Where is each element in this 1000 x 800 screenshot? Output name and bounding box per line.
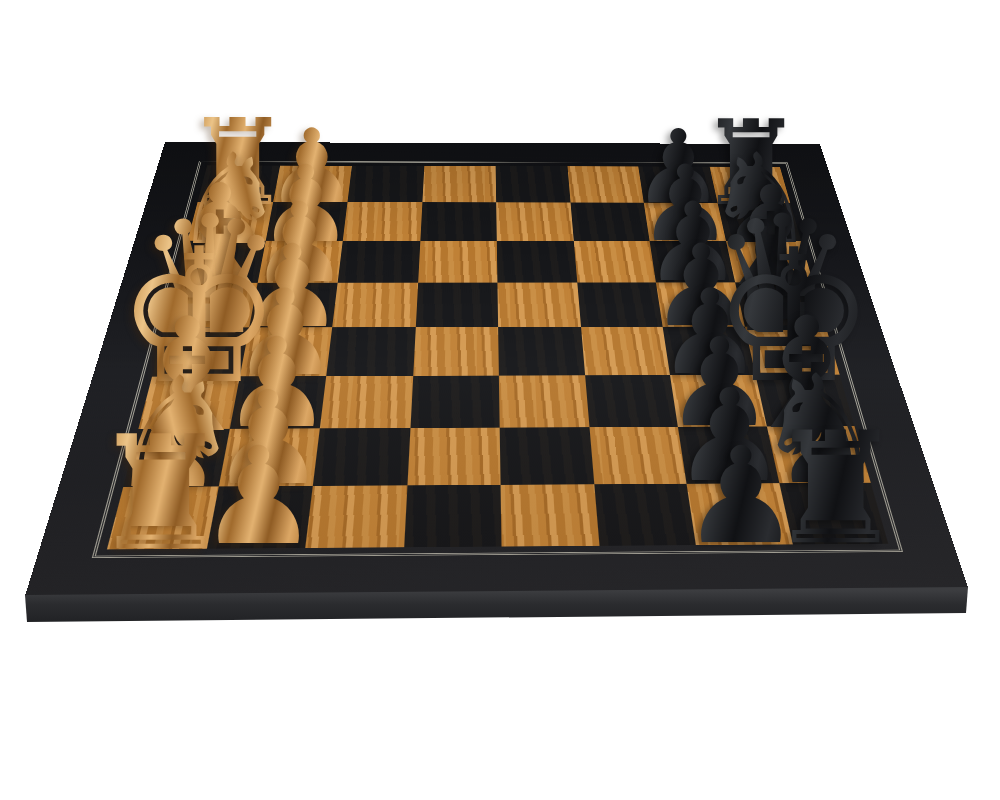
square-e8 (744, 326, 839, 374)
square-h2 (206, 486, 313, 549)
square-e4 (413, 327, 499, 376)
square-f5 (499, 375, 589, 428)
square-g2 (218, 428, 320, 486)
square-g7 (678, 426, 779, 483)
photo-canvas: ♜♞♝♛♚♝♞♜♟♟♟♟♟♟♟♟♟♟♟♟♟♟♟♟♜♞♝♛♚♝♞♜ (0, 0, 1000, 800)
square-h7 (686, 483, 792, 545)
square-h1 (107, 486, 218, 549)
square-g4 (407, 428, 501, 485)
square-d6 (577, 282, 663, 327)
square-h5 (501, 484, 599, 547)
square-e2 (239, 327, 332, 376)
square-a5 (496, 166, 570, 202)
square-g3 (313, 428, 410, 486)
square-g8 (766, 426, 870, 483)
square-b6 (570, 202, 649, 241)
square-d4 (415, 282, 498, 327)
square-h4 (404, 484, 502, 547)
square-b8 (717, 203, 801, 241)
square-b2 (265, 202, 347, 241)
square-e3 (326, 327, 415, 376)
square-d8 (735, 282, 826, 326)
square-b7 (644, 202, 726, 241)
square-b4 (420, 202, 497, 241)
square-f3 (320, 376, 413, 429)
square-f1 (138, 376, 239, 429)
square-h8 (779, 482, 889, 544)
square-b3 (343, 202, 422, 241)
square-g5 (500, 427, 594, 484)
square-g1 (123, 429, 229, 487)
square-d2 (249, 282, 338, 327)
chess-board (25, 142, 968, 596)
square-a2 (273, 166, 352, 202)
square-d7 (656, 282, 745, 327)
square-f7 (670, 375, 766, 427)
square-e6 (581, 327, 670, 375)
square-a8 (709, 167, 790, 203)
square-g6 (589, 427, 686, 484)
square-a1 (198, 165, 280, 201)
square-c5 (497, 241, 577, 283)
square-c1 (177, 241, 266, 283)
square-c2 (257, 241, 342, 283)
square-b1 (188, 202, 273, 241)
square-a6 (567, 166, 644, 202)
square-f8 (755, 374, 855, 426)
square-c3 (338, 241, 420, 283)
square-a4 (422, 166, 496, 202)
square-h3 (305, 485, 407, 548)
square-d5 (497, 282, 580, 327)
board-grid (107, 165, 888, 549)
square-f6 (585, 375, 678, 427)
square-f2 (229, 376, 326, 429)
square-h6 (594, 483, 696, 545)
square-e5 (498, 327, 584, 375)
square-c8 (726, 241, 813, 282)
square-a3 (347, 166, 423, 202)
square-c6 (573, 241, 656, 282)
square-b5 (496, 202, 573, 241)
square-d1 (165, 282, 257, 327)
square-c4 (418, 241, 498, 283)
square-d3 (332, 282, 418, 327)
square-f4 (410, 375, 500, 428)
square-a7 (638, 166, 717, 202)
square-c7 (650, 241, 735, 282)
square-e1 (152, 327, 249, 376)
square-e7 (663, 327, 755, 375)
